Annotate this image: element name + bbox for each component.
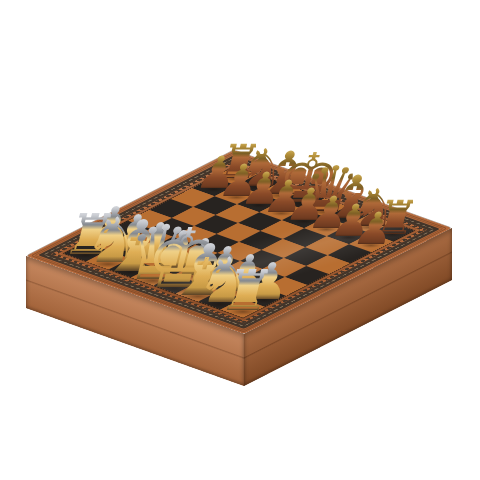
- piece-white-rook-h1[interactable]: ♜: [217, 263, 267, 319]
- pawn-icon: ♟: [351, 207, 391, 251]
- chess-set-product-photo: ♜♞♝♚♛♝♞♜♟♟♟♟♟♟♟♟♟♟♟♟♟♟♟♟♜♞♝♛♚♝♞♜: [0, 0, 480, 480]
- rook-icon: ♜: [217, 263, 267, 319]
- piece-black-pawn-h7[interactable]: ♟: [351, 207, 391, 251]
- pieces-layer: ♜♞♝♚♛♝♞♜♟♟♟♟♟♟♟♟♟♟♟♟♟♟♟♟♜♞♝♛♚♝♞♜: [0, 0, 480, 480]
